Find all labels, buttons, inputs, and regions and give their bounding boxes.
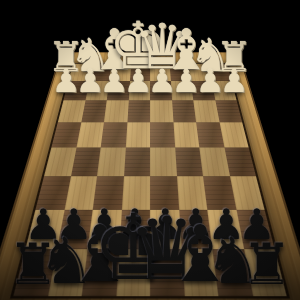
piece-layer: ♜♞♝♚♛♝♞♜♟♟♟♟♟♟♟♟♟♟♟♟♟♟♟♟♜♞♝♚♛♝♞♜: [0, 0, 300, 300]
chess-photo-stage: ♜♞♝♚♛♝♞♜♟♟♟♟♟♟♟♟♟♟♟♟♟♟♟♟♜♞♝♚♛♝♞♜: [0, 0, 300, 300]
white-pawn[interactable]: ♟: [220, 65, 249, 97]
black-rook[interactable]: ♜: [241, 236, 292, 293]
